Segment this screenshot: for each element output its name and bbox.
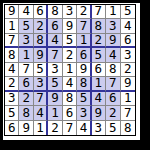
cell-r8c8[interactable]: 2 — [106, 106, 120, 120]
cell-r9c3[interactable]: 1 — [34, 121, 48, 135]
cell-r9c2[interactable]: 9 — [19, 121, 33, 135]
cell-r7c2[interactable]: 2 — [19, 92, 33, 106]
cell-r7c8[interactable]: 6 — [106, 92, 120, 106]
sudoku-page-background: 9468327151526978347384512968197265434753… — [0, 0, 150, 150]
cell-r9c5[interactable]: 7 — [63, 121, 77, 135]
cell-r7c4[interactable]: 9 — [48, 92, 62, 106]
sudoku-grid: 9468327151526978347384512968197265434753… — [4, 4, 136, 136]
cell-r9c9[interactable]: 8 — [121, 121, 135, 135]
cell-r9c7[interactable]: 3 — [92, 121, 106, 135]
cell-r9c1[interactable]: 6 — [5, 121, 19, 135]
cell-r7c3[interactable]: 7 — [34, 92, 48, 106]
cell-r8c5[interactable]: 6 — [63, 106, 77, 120]
cell-r7c9[interactable]: 1 — [121, 92, 135, 106]
cell-r8c6[interactable]: 3 — [77, 106, 91, 120]
cell-r8c4[interactable]: 1 — [48, 106, 62, 120]
cell-r8c9[interactable]: 7 — [121, 106, 135, 120]
cell-r9c4[interactable]: 2 — [48, 121, 62, 135]
cell-r9c8[interactable]: 5 — [106, 121, 120, 135]
cell-r9c6[interactable]: 4 — [77, 121, 91, 135]
cell-r7c7[interactable]: 4 — [92, 92, 106, 106]
cell-r7c1[interactable]: 3 — [5, 92, 19, 106]
sudoku-board: 9468327151526978347384512968197265434753… — [3, 3, 140, 140]
cell-r8c1[interactable]: 5 — [5, 106, 19, 120]
cell-r7c6[interactable]: 5 — [77, 92, 91, 106]
cell-r8c7[interactable]: 9 — [92, 106, 106, 120]
cell-r8c2[interactable]: 8 — [19, 106, 33, 120]
cell-r8c3[interactable]: 4 — [34, 106, 48, 120]
cell-r7c5[interactable]: 8 — [63, 92, 77, 106]
